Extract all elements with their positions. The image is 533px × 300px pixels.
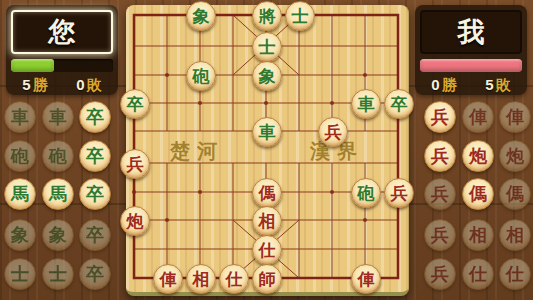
tray-piece-red-remaining: 俥 [499, 101, 531, 133]
record-you: 5 勝 0 敗 [8, 76, 116, 95]
tray-piece-black-remaining: 象 [42, 219, 74, 251]
tray-piece-black-remaining: 象 [4, 219, 36, 251]
board-piece-red[interactable]: 兵 [318, 117, 348, 147]
player-name-me: 我 [420, 10, 522, 54]
player-name-you: 您 [11, 10, 113, 54]
losses-count-you: 0 [76, 76, 84, 93]
board-piece-black[interactable]: 車 [351, 89, 381, 119]
losses-label-you: 敗 [87, 76, 102, 95]
wins-label-me: 勝 [442, 76, 457, 95]
tray-piece-black-remaining: 卒 [79, 258, 111, 290]
board-piece-red[interactable]: 炮 [120, 206, 150, 236]
river-label-chu-he: 楚河 [170, 138, 224, 165]
board-piece-black[interactable]: 車 [252, 117, 282, 147]
score-bar-fill-me [420, 59, 522, 72]
board-piece-red[interactable]: 兵 [120, 149, 150, 179]
tray-piece-black-captured: 卒 [79, 140, 111, 172]
tray-piece-red-remaining: 炮 [499, 140, 531, 172]
tray-piece-red-captured: 兵 [424, 101, 456, 133]
losses-label-me: 敗 [496, 76, 511, 95]
tray-piece-red-remaining: 傌 [499, 178, 531, 210]
tray-piece-red-remaining: 仕 [462, 258, 494, 290]
board-piece-red[interactable]: 相 [186, 264, 216, 294]
tray-piece-black-remaining: 士 [4, 258, 36, 290]
board-piece-black[interactable]: 砲 [186, 61, 216, 91]
tray-piece-red-remaining: 兵 [424, 219, 456, 251]
board-piece-red[interactable]: 相 [252, 206, 282, 236]
board-piece-black[interactable]: 砲 [351, 178, 381, 208]
tray-piece-black-captured: 卒 [79, 178, 111, 210]
score-bar-you [11, 59, 113, 72]
tray-piece-black-remaining: 砲 [42, 140, 74, 172]
board-piece-black[interactable]: 卒 [384, 89, 414, 119]
board-piece-red[interactable]: 師 [252, 264, 282, 294]
tray-piece-black-remaining: 士 [42, 258, 74, 290]
tray-piece-black-remaining: 車 [42, 101, 74, 133]
tray-piece-black-remaining: 卒 [79, 219, 111, 251]
board-piece-black[interactable]: 象 [252, 61, 282, 91]
tray-piece-red-captured: 傌 [462, 178, 494, 210]
board-piece-black[interactable]: 士 [252, 32, 282, 62]
score-bar-me [420, 59, 522, 72]
tray-piece-black-remaining: 車 [4, 101, 36, 133]
tray-piece-red-remaining: 仕 [499, 258, 531, 290]
tray-piece-black-captured: 馬 [42, 178, 74, 210]
board-piece-black[interactable]: 士 [285, 1, 315, 31]
xiangqi-game-screen: { "game": "xiangqi (Chinese chess)", "po… [0, 0, 533, 300]
tray-piece-red-remaining: 相 [499, 219, 531, 251]
tray-piece-red-captured: 兵 [424, 140, 456, 172]
tray-piece-black-captured: 馬 [4, 178, 36, 210]
tray-piece-black-captured: 卒 [79, 101, 111, 133]
tray-piece-red-captured: 炮 [462, 140, 494, 172]
board-piece-red[interactable]: 傌 [252, 178, 282, 208]
record-me: 0 勝 5 敗 [417, 76, 525, 95]
board-piece-red[interactable]: 仕 [219, 264, 249, 294]
board-piece-black[interactable]: 象 [186, 1, 216, 31]
board-piece-red[interactable]: 仕 [252, 235, 282, 265]
tray-piece-black-remaining: 砲 [4, 140, 36, 172]
board-piece-black[interactable]: 將 [252, 1, 282, 31]
wins-count-you: 5 [22, 76, 30, 93]
tray-piece-red-remaining: 兵 [424, 178, 456, 210]
wins-label-you: 勝 [33, 76, 48, 95]
player-panel-me: 我 0 勝 5 敗 [415, 5, 527, 95]
board-piece-red[interactable]: 兵 [384, 178, 414, 208]
player-panel-you: 您 5 勝 0 敗 [6, 5, 118, 95]
xiangqi-board[interactable]: 楚河 漢界 象將士士砲象卒車卒車砲兵兵傌兵炮相仕俥相仕師俥 [126, 5, 409, 296]
tray-piece-red-remaining: 兵 [424, 258, 456, 290]
tray-piece-red-remaining: 俥 [462, 101, 494, 133]
board-piece-red[interactable]: 俥 [153, 264, 183, 294]
wins-count-me: 0 [431, 76, 439, 93]
board-piece-red[interactable]: 俥 [351, 264, 381, 294]
tray-piece-red-remaining: 相 [462, 219, 494, 251]
board-piece-black[interactable]: 卒 [120, 89, 150, 119]
score-bar-fill-you [11, 59, 54, 72]
losses-count-me: 5 [485, 76, 493, 93]
